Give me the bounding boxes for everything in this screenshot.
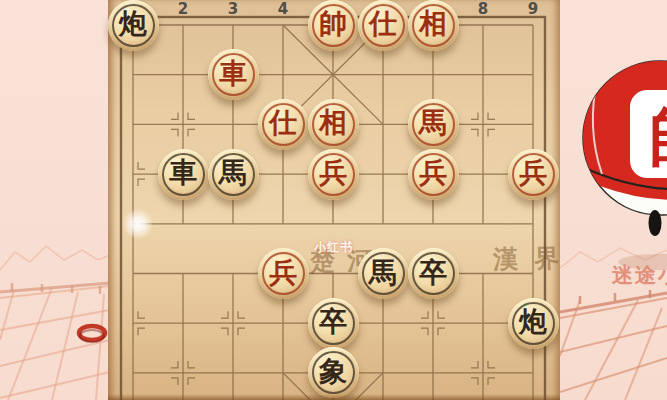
piece-char: 仕 xyxy=(369,10,397,38)
piece-char: 馬 xyxy=(219,159,247,187)
piece-char: 相 xyxy=(419,10,447,38)
piece-char: 卒 xyxy=(419,259,447,287)
piece-red-仕-c4r3[interactable]: 仕 xyxy=(258,99,309,150)
piece-red-兵-c9r4[interactable]: 兵 xyxy=(508,149,559,200)
piece-red-車-c3r2[interactable]: 車 xyxy=(208,49,259,100)
piece-black-炮-c9r7[interactable]: 炮 xyxy=(508,298,559,349)
piece-char: 馬 xyxy=(369,259,397,287)
screenshot-stage: 123456789 楚河 漢界 炮帥仕相車仕相馬車馬兵兵兵兵馬卒卒炮象 小红书 xyxy=(0,0,667,400)
piece-red-兵-c4r6[interactable]: 兵 xyxy=(258,248,309,299)
piece-char: 炮 xyxy=(519,308,547,336)
column-label-9: 9 xyxy=(522,0,544,18)
piece-char: 仕 xyxy=(269,109,297,137)
piece-red-仕-c6r1[interactable]: 仕 xyxy=(358,0,409,51)
column-label-8: 8 xyxy=(472,0,494,18)
piece-char: 馬 xyxy=(419,109,447,137)
piece-red-兵-c5r4[interactable]: 兵 xyxy=(308,149,359,200)
piece-char: 兵 xyxy=(319,159,347,187)
mascot-eye-icon xyxy=(649,210,662,236)
piece-red-帥-c5r1[interactable]: 帥 xyxy=(308,0,359,51)
side-caption: 迷途小 xyxy=(612,261,667,289)
piece-red-兵-c7r4[interactable]: 兵 xyxy=(408,149,459,200)
piece-black-馬-c3r4[interactable]: 馬 xyxy=(208,149,259,200)
piece-red-相-c5r3[interactable]: 相 xyxy=(308,99,359,150)
bridge-illustration-left xyxy=(0,0,110,400)
xiangqi-board[interactable]: 123456789 楚河 漢界 炮帥仕相車仕相馬車馬兵兵兵兵馬卒卒炮象 xyxy=(108,0,560,400)
piece-black-馬-c6r6[interactable]: 馬 xyxy=(358,248,409,299)
piece-black-象-c5r8[interactable]: 象 xyxy=(308,347,359,398)
column-label-2: 2 xyxy=(172,0,194,18)
piece-char: 兵 xyxy=(269,259,297,287)
background-right: 帥 迷途小 xyxy=(560,0,667,400)
piece-char: 象 xyxy=(319,358,347,386)
mascot-mushroom: 帥 xyxy=(560,0,667,400)
piece-char: 相 xyxy=(319,109,347,137)
piece-char: 車 xyxy=(219,60,247,88)
piece-char: 兵 xyxy=(419,159,447,187)
piece-char: 帥 xyxy=(319,10,347,38)
watermark: 小红书 xyxy=(314,239,353,256)
piece-black-車-c2r4[interactable]: 車 xyxy=(158,149,209,200)
piece-black-卒-c7r6[interactable]: 卒 xyxy=(408,248,459,299)
column-label-4: 4 xyxy=(272,0,294,18)
background-left xyxy=(0,0,110,400)
piece-char: 車 xyxy=(169,159,197,187)
piece-black-卒-c5r7[interactable]: 卒 xyxy=(308,298,359,349)
piece-red-馬-c7r3[interactable]: 馬 xyxy=(408,99,459,150)
piece-black-炮-c1r1[interactable]: 炮 xyxy=(108,0,159,51)
piece-char: 炮 xyxy=(119,10,147,38)
piece-char: 兵 xyxy=(519,159,547,187)
piece-char: 卒 xyxy=(319,308,347,336)
piece-red-相-c7r1[interactable]: 相 xyxy=(408,0,459,51)
mascot-badge-char: 帥 xyxy=(649,99,667,174)
column-label-3: 3 xyxy=(222,0,244,18)
